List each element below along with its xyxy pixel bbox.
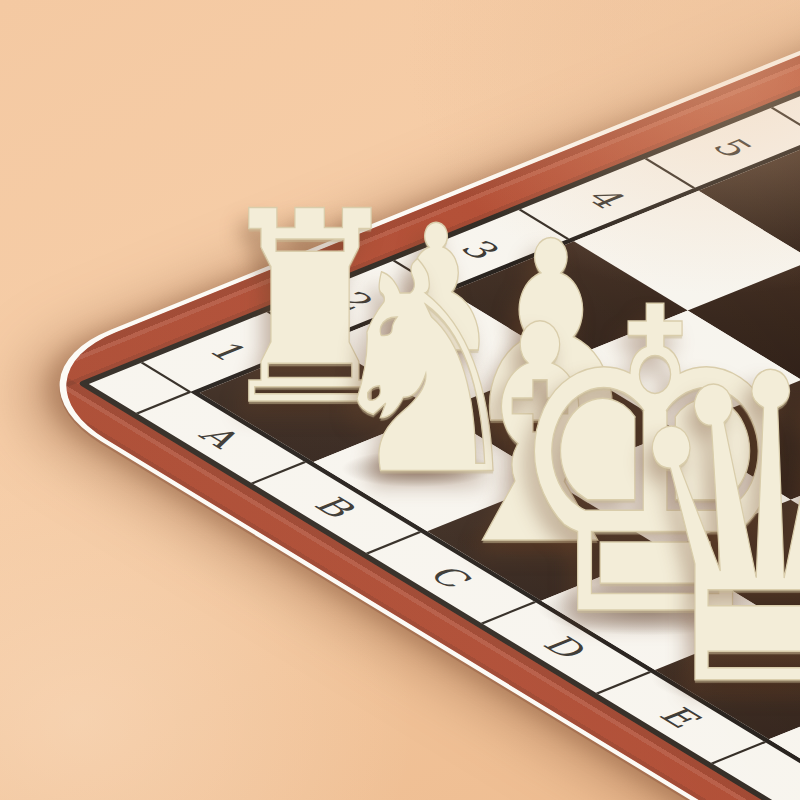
photo-scene: ABCDE12345 ♜♟♞♟♝♚♛ (0, 0, 800, 800)
pieces-layer: ♜♟♞♟♝♚♛ (0, 0, 800, 800)
piece-white-queen-e1[interactable]: ♛ (614, 320, 800, 745)
